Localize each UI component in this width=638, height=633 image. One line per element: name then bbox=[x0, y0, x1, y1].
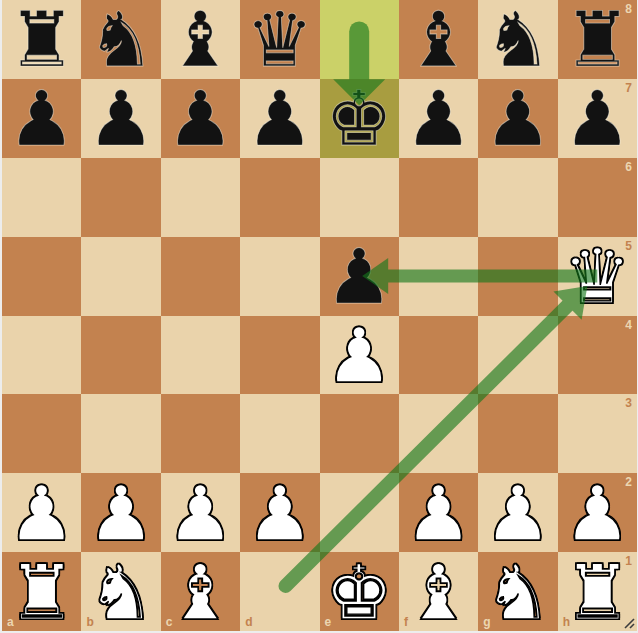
square-e4[interactable]: ♟ bbox=[320, 316, 399, 395]
square-f7[interactable]: ♟ bbox=[399, 79, 478, 158]
square-f4[interactable] bbox=[399, 316, 478, 395]
piece-black-pawn[interactable]: ♟ bbox=[399, 80, 478, 159]
piece-white-king[interactable]: ♚ bbox=[320, 553, 399, 632]
square-f3[interactable] bbox=[399, 394, 478, 473]
square-c6[interactable] bbox=[161, 158, 240, 237]
piece-white-pawn[interactable]: ♟ bbox=[478, 474, 557, 553]
square-g3[interactable] bbox=[478, 394, 557, 473]
square-g8[interactable]: ♞ bbox=[478, 0, 557, 79]
piece-white-pawn[interactable]: ♟ bbox=[399, 474, 478, 553]
piece-white-rook[interactable]: ♜ bbox=[2, 553, 81, 632]
piece-white-pawn[interactable]: ♟ bbox=[161, 474, 240, 553]
square-b6[interactable] bbox=[81, 158, 160, 237]
square-b3[interactable] bbox=[81, 394, 160, 473]
piece-black-pawn[interactable]: ♟ bbox=[240, 80, 319, 159]
square-g4[interactable] bbox=[478, 316, 557, 395]
piece-white-pawn[interactable]: ♟ bbox=[81, 474, 160, 553]
square-a3[interactable] bbox=[2, 394, 81, 473]
square-a8[interactable]: ♜ bbox=[2, 0, 81, 79]
square-e7[interactable]: ♚ bbox=[320, 79, 399, 158]
piece-white-pawn[interactable]: ♟ bbox=[558, 474, 637, 553]
square-h2[interactable]: ♟ bbox=[558, 473, 637, 552]
square-e5[interactable]: ♟ bbox=[320, 237, 399, 316]
square-c5[interactable] bbox=[161, 237, 240, 316]
chess-board: ♜♞♝♛♝♞♜♟♟♟♟♚♟♟♟♟♛♟♟♟♟♟♟♟♟♜♞♝♚♝♞♜abcdefgh… bbox=[2, 0, 637, 631]
square-h6[interactable] bbox=[558, 158, 637, 237]
piece-white-pawn[interactable]: ♟ bbox=[2, 474, 81, 553]
piece-black-knight[interactable]: ♞ bbox=[81, 1, 160, 80]
square-g6[interactable] bbox=[478, 158, 557, 237]
square-b4[interactable] bbox=[81, 316, 160, 395]
square-c2[interactable]: ♟ bbox=[161, 473, 240, 552]
piece-white-bishop[interactable]: ♝ bbox=[399, 553, 478, 632]
piece-black-rook[interactable]: ♜ bbox=[558, 1, 637, 80]
piece-black-pawn[interactable]: ♟ bbox=[161, 80, 240, 159]
piece-white-queen[interactable]: ♛ bbox=[558, 238, 637, 317]
piece-black-queen[interactable]: ♛ bbox=[240, 1, 319, 80]
square-g5[interactable] bbox=[478, 237, 557, 316]
piece-black-king[interactable]: ♚ bbox=[320, 80, 399, 159]
square-b8[interactable]: ♞ bbox=[81, 0, 160, 79]
square-a4[interactable] bbox=[2, 316, 81, 395]
square-e8[interactable] bbox=[320, 0, 399, 79]
square-g7[interactable]: ♟ bbox=[478, 79, 557, 158]
square-d1[interactable] bbox=[240, 552, 319, 631]
square-c7[interactable]: ♟ bbox=[161, 79, 240, 158]
square-f5[interactable] bbox=[399, 237, 478, 316]
square-e1[interactable]: ♚ bbox=[320, 552, 399, 631]
square-c4[interactable] bbox=[161, 316, 240, 395]
square-b2[interactable]: ♟ bbox=[81, 473, 160, 552]
square-f1[interactable]: ♝ bbox=[399, 552, 478, 631]
square-b5[interactable] bbox=[81, 237, 160, 316]
board-stage: ♜♞♝♛♝♞♜♟♟♟♟♚♟♟♟♟♛♟♟♟♟♟♟♟♟♜♞♝♚♝♞♜abcdefgh… bbox=[0, 0, 638, 633]
square-d5[interactable] bbox=[240, 237, 319, 316]
square-e2[interactable] bbox=[320, 473, 399, 552]
square-g1[interactable]: ♞ bbox=[478, 552, 557, 631]
piece-black-pawn[interactable]: ♟ bbox=[81, 80, 160, 159]
board-resize-handle-icon[interactable] bbox=[622, 616, 635, 629]
square-d4[interactable] bbox=[240, 316, 319, 395]
piece-black-pawn[interactable]: ♟ bbox=[320, 238, 399, 317]
square-c3[interactable] bbox=[161, 394, 240, 473]
piece-black-pawn[interactable]: ♟ bbox=[478, 80, 557, 159]
piece-black-knight[interactable]: ♞ bbox=[478, 1, 557, 80]
square-f6[interactable] bbox=[399, 158, 478, 237]
square-e3[interactable] bbox=[320, 394, 399, 473]
square-d7[interactable]: ♟ bbox=[240, 79, 319, 158]
square-h4[interactable] bbox=[558, 316, 637, 395]
square-c1[interactable]: ♝ bbox=[161, 552, 240, 631]
square-f8[interactable]: ♝ bbox=[399, 0, 478, 79]
square-e6[interactable] bbox=[320, 158, 399, 237]
square-a7[interactable]: ♟ bbox=[2, 79, 81, 158]
square-d3[interactable] bbox=[240, 394, 319, 473]
square-d6[interactable] bbox=[240, 158, 319, 237]
square-h7[interactable]: ♟ bbox=[558, 79, 637, 158]
square-d2[interactable]: ♟ bbox=[240, 473, 319, 552]
square-b1[interactable]: ♞ bbox=[81, 552, 160, 631]
piece-white-knight[interactable]: ♞ bbox=[81, 553, 160, 632]
square-a1[interactable]: ♜ bbox=[2, 552, 81, 631]
square-a2[interactable]: ♟ bbox=[2, 473, 81, 552]
square-g2[interactable]: ♟ bbox=[478, 473, 557, 552]
square-d8[interactable]: ♛ bbox=[240, 0, 319, 79]
piece-white-pawn[interactable]: ♟ bbox=[240, 474, 319, 553]
piece-black-rook[interactable]: ♜ bbox=[2, 1, 81, 80]
piece-black-pawn[interactable]: ♟ bbox=[2, 80, 81, 159]
square-a5[interactable] bbox=[2, 237, 81, 316]
piece-black-bishop[interactable]: ♝ bbox=[161, 1, 240, 80]
square-a6[interactable] bbox=[2, 158, 81, 237]
square-b7[interactable]: ♟ bbox=[81, 79, 160, 158]
piece-black-bishop[interactable]: ♝ bbox=[399, 1, 478, 80]
square-h3[interactable] bbox=[558, 394, 637, 473]
square-f2[interactable]: ♟ bbox=[399, 473, 478, 552]
square-h8[interactable]: ♜ bbox=[558, 0, 637, 79]
piece-white-knight[interactable]: ♞ bbox=[478, 553, 557, 632]
square-c8[interactable]: ♝ bbox=[161, 0, 240, 79]
piece-white-bishop[interactable]: ♝ bbox=[161, 553, 240, 632]
square-h5[interactable]: ♛ bbox=[558, 237, 637, 316]
piece-black-pawn[interactable]: ♟ bbox=[558, 80, 637, 159]
piece-white-pawn[interactable]: ♟ bbox=[320, 317, 399, 396]
